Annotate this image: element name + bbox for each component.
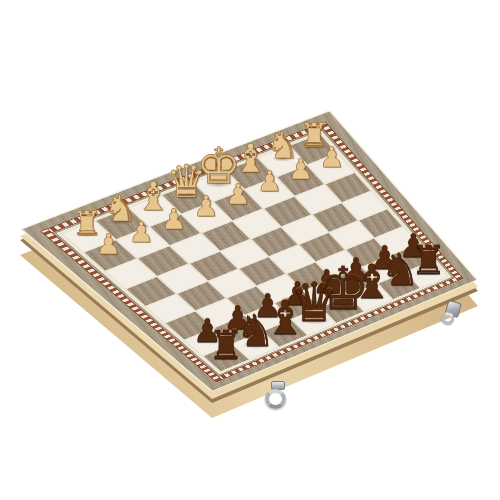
white-pawn-e2[interactable]: ♟ <box>225 180 251 208</box>
white-pawn-h2[interactable]: ♟ <box>319 143 345 171</box>
white-pawn-c2[interactable]: ♟ <box>161 205 187 233</box>
product-photo-scene: ♜♞♝♛♚♝♞♜♟♟♟♟♟♟♟♟♟♟♟♟♟♟♟♟♜♞♝♛♚♝♞♜ <box>0 0 500 500</box>
white-pawn-g2[interactable]: ♟ <box>288 155 314 183</box>
black-rook-a8[interactable]: ♜ <box>208 325 244 365</box>
ring-clasp-icon[interactable] <box>265 381 286 409</box>
white-pawn-a2[interactable]: ♟ <box>96 231 122 259</box>
white-pawn-d2[interactable]: ♟ <box>193 193 219 221</box>
ring-loop <box>265 389 286 409</box>
white-pawn-b2[interactable]: ♟ <box>129 218 155 246</box>
white-pawn-f2[interactable]: ♟ <box>257 168 283 196</box>
pieces-layer: ♜♞♝♛♚♝♞♜♟♟♟♟♟♟♟♟♟♟♟♟♟♟♟♟♜♞♝♛♚♝♞♜ <box>0 0 500 500</box>
